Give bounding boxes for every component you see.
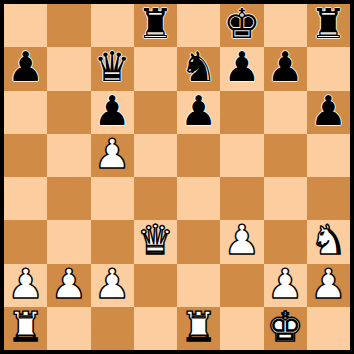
square-b5[interactable] xyxy=(47,134,90,177)
black-pawn[interactable]: ♟ xyxy=(7,47,44,89)
white-queen[interactable]: ♛ xyxy=(137,220,174,262)
black-rook[interactable]: ♜ xyxy=(310,4,347,46)
white-pawn[interactable]: ♟ xyxy=(267,264,304,306)
white-pawn[interactable]: ♟ xyxy=(94,264,131,306)
black-pawn[interactable]: ♟ xyxy=(267,47,304,89)
square-d3[interactable]: ♛ xyxy=(134,220,177,263)
square-c6[interactable]: ♟ xyxy=(91,91,134,134)
square-f2[interactable] xyxy=(220,264,263,307)
square-a2[interactable]: ♟ xyxy=(4,264,47,307)
square-d7[interactable] xyxy=(134,47,177,90)
square-d5[interactable] xyxy=(134,134,177,177)
square-d2[interactable] xyxy=(134,264,177,307)
square-g1[interactable]: ♚ xyxy=(264,307,307,350)
square-h3[interactable]: ♞ xyxy=(307,220,350,263)
square-d8[interactable]: ♜ xyxy=(134,4,177,47)
square-e7[interactable]: ♞ xyxy=(177,47,220,90)
square-e8[interactable] xyxy=(177,4,220,47)
black-pawn[interactable]: ♟ xyxy=(94,91,131,133)
square-e3[interactable] xyxy=(177,220,220,263)
square-b2[interactable]: ♟ xyxy=(47,264,90,307)
white-pawn[interactable]: ♟ xyxy=(310,264,347,306)
white-king[interactable]: ♚ xyxy=(267,307,304,349)
square-e5[interactable] xyxy=(177,134,220,177)
square-c2[interactable]: ♟ xyxy=(91,264,134,307)
square-g7[interactable]: ♟ xyxy=(264,47,307,90)
square-a3[interactable] xyxy=(4,220,47,263)
white-rook[interactable]: ♜ xyxy=(180,307,217,349)
square-f6[interactable] xyxy=(220,91,263,134)
chess-board: ♜♚♜♟♛♞♟♟♟♟♟♟♛♟♞♟♟♟♟♟♜♜♚ xyxy=(4,4,350,350)
square-b7[interactable] xyxy=(47,47,90,90)
square-c1[interactable] xyxy=(91,307,134,350)
square-h7[interactable] xyxy=(307,47,350,90)
square-a7[interactable]: ♟ xyxy=(4,47,47,90)
square-g4[interactable] xyxy=(264,177,307,220)
square-b6[interactable] xyxy=(47,91,90,134)
square-g2[interactable]: ♟ xyxy=(264,264,307,307)
square-f5[interactable] xyxy=(220,134,263,177)
black-pawn[interactable]: ♟ xyxy=(310,91,347,133)
black-knight[interactable]: ♞ xyxy=(180,47,217,89)
square-a4[interactable] xyxy=(4,177,47,220)
square-h2[interactable]: ♟ xyxy=(307,264,350,307)
square-b8[interactable] xyxy=(47,4,90,47)
square-c3[interactable] xyxy=(91,220,134,263)
black-pawn[interactable]: ♟ xyxy=(180,91,217,133)
square-g3[interactable] xyxy=(264,220,307,263)
white-knight[interactable]: ♞ xyxy=(310,220,347,262)
black-king[interactable]: ♚ xyxy=(223,4,260,46)
square-f8[interactable]: ♚ xyxy=(220,4,263,47)
white-pawn[interactable]: ♟ xyxy=(50,264,87,306)
square-h4[interactable] xyxy=(307,177,350,220)
chess-board-frame: ♜♚♜♟♛♞♟♟♟♟♟♟♛♟♞♟♟♟♟♟♜♜♚ xyxy=(0,0,354,354)
square-a8[interactable] xyxy=(4,4,47,47)
square-h5[interactable] xyxy=(307,134,350,177)
white-pawn[interactable]: ♟ xyxy=(94,134,131,176)
square-c8[interactable] xyxy=(91,4,134,47)
square-f7[interactable]: ♟ xyxy=(220,47,263,90)
square-f3[interactable]: ♟ xyxy=(220,220,263,263)
square-d6[interactable] xyxy=(134,91,177,134)
square-c5[interactable]: ♟ xyxy=(91,134,134,177)
square-c4[interactable] xyxy=(91,177,134,220)
square-b4[interactable] xyxy=(47,177,90,220)
square-d1[interactable] xyxy=(134,307,177,350)
square-d4[interactable] xyxy=(134,177,177,220)
square-g5[interactable] xyxy=(264,134,307,177)
square-a6[interactable] xyxy=(4,91,47,134)
square-g8[interactable] xyxy=(264,4,307,47)
square-h1[interactable] xyxy=(307,307,350,350)
square-a1[interactable]: ♜ xyxy=(4,307,47,350)
square-f1[interactable] xyxy=(220,307,263,350)
white-pawn[interactable]: ♟ xyxy=(7,264,44,306)
square-e4[interactable] xyxy=(177,177,220,220)
square-e6[interactable]: ♟ xyxy=(177,91,220,134)
square-b3[interactable] xyxy=(47,220,90,263)
black-rook[interactable]: ♜ xyxy=(137,4,174,46)
black-queen[interactable]: ♛ xyxy=(94,47,131,89)
square-b1[interactable] xyxy=(47,307,90,350)
square-h8[interactable]: ♜ xyxy=(307,4,350,47)
white-pawn[interactable]: ♟ xyxy=(223,220,260,262)
square-f4[interactable] xyxy=(220,177,263,220)
square-e1[interactable]: ♜ xyxy=(177,307,220,350)
black-pawn[interactable]: ♟ xyxy=(223,47,260,89)
square-c7[interactable]: ♛ xyxy=(91,47,134,90)
square-a5[interactable] xyxy=(4,134,47,177)
square-h6[interactable]: ♟ xyxy=(307,91,350,134)
white-rook[interactable]: ♜ xyxy=(7,307,44,349)
square-e2[interactable] xyxy=(177,264,220,307)
square-g6[interactable] xyxy=(264,91,307,134)
